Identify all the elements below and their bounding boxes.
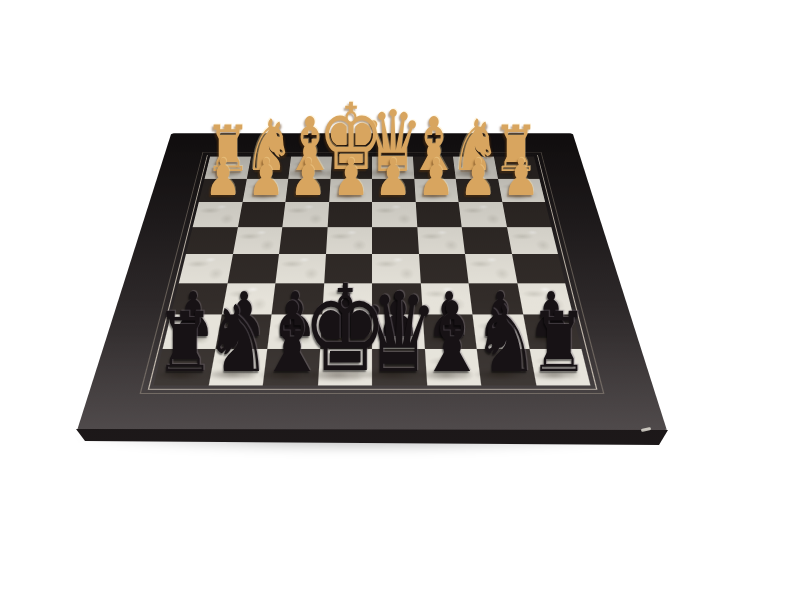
piece-black-knight-g8[interactable]: ♞ bbox=[205, 294, 271, 386]
piece-white-pawn-c2[interactable]: ♟ bbox=[417, 152, 454, 203]
pieces-layer: ♜♞♝♛♚♝♞♜♟♟♟♟♟♟♟♟♟♟♟♟♟♟♟♟♜♞♝♛♚♝♞♜ bbox=[0, 0, 800, 600]
piece-white-pawn-f2[interactable]: ♟ bbox=[290, 152, 327, 203]
piece-white-pawn-e2[interactable]: ♟ bbox=[332, 152, 369, 203]
chess-photo-scene: ♜♞♝♛♚♝♞♜♟♟♟♟♟♟♟♟♟♟♟♟♟♟♟♟♜♞♝♛♚♝♞♜ bbox=[0, 0, 800, 600]
piece-white-pawn-g2[interactable]: ♟ bbox=[247, 152, 284, 203]
piece-white-pawn-h2[interactable]: ♟ bbox=[205, 152, 242, 203]
piece-white-pawn-b2[interactable]: ♟ bbox=[460, 152, 497, 203]
piece-black-rook-h8[interactable]: ♜ bbox=[155, 302, 214, 385]
piece-white-pawn-d2[interactable]: ♟ bbox=[375, 152, 412, 203]
piece-white-pawn-a2[interactable]: ♟ bbox=[503, 152, 540, 203]
